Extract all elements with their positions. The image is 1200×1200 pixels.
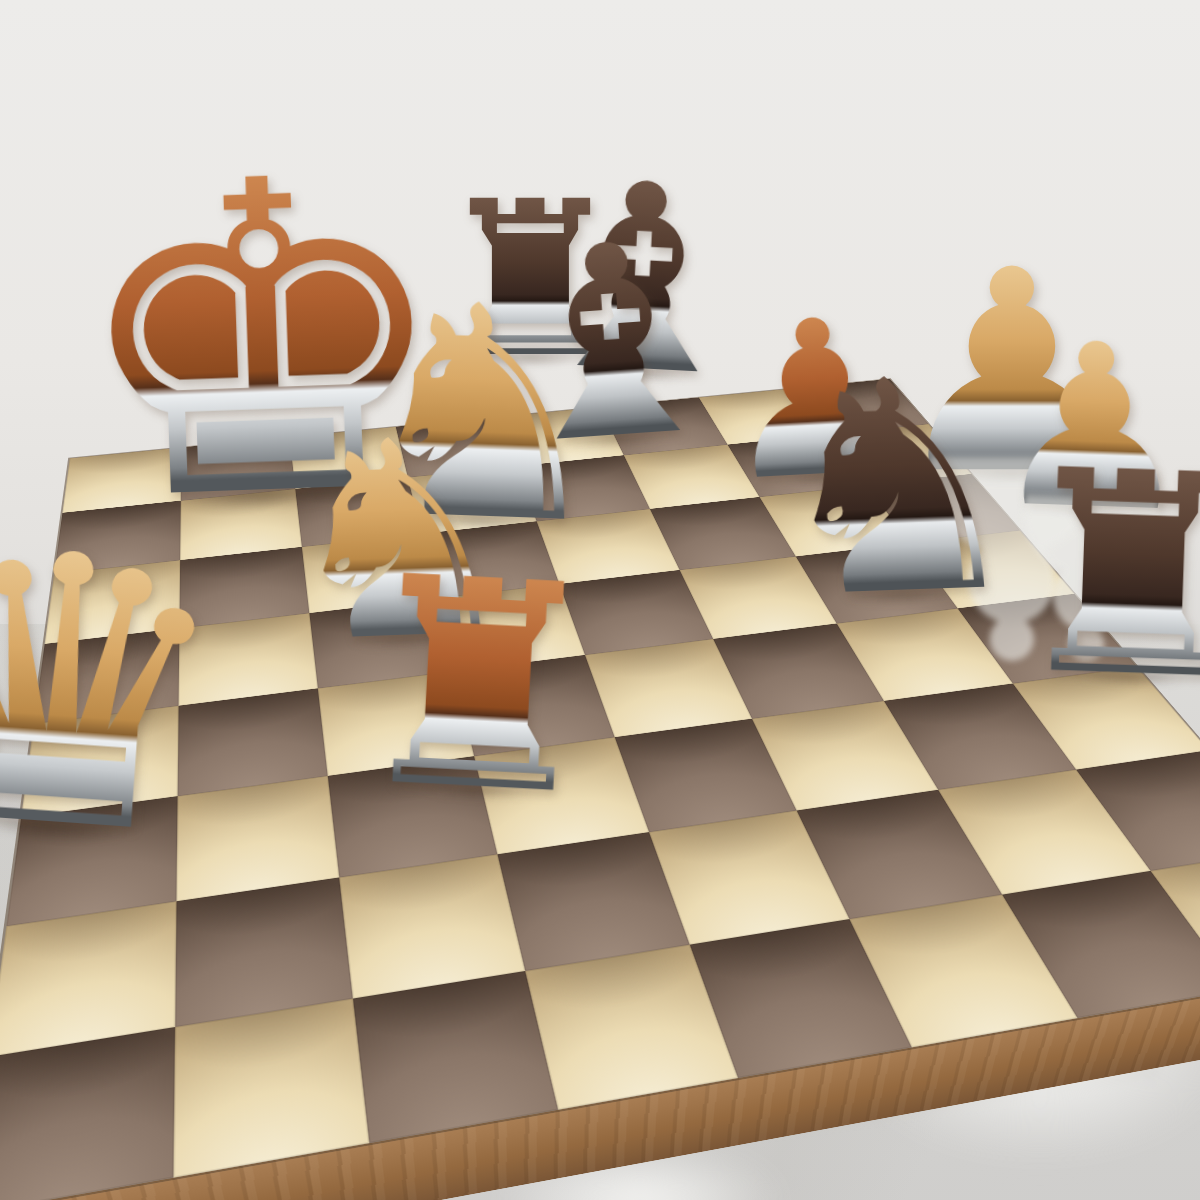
- queen-glyph: ♛: [0, 497, 243, 890]
- knight-glyph: ♞: [761, 337, 1034, 639]
- rook-glyph: ♜: [342, 537, 613, 836]
- piece-dark-rook-h4[interactable]: ♜: [1003, 432, 1200, 720]
- piece-dark-rook-d3[interactable]: ♜: [342, 537, 613, 836]
- piece-dark-knight-g5[interactable]: ♞: [761, 337, 1034, 639]
- rook-glyph: ♜: [1003, 432, 1200, 720]
- pieces-layer: ♜♝♝♟♟♟♚♟♟♞♞♞♜♜♛: [0, 0, 1200, 1200]
- scene: ♜♝♝♟♟♟♚♟♟♞♞♞♜♜♛: [0, 0, 1200, 1200]
- piece-light-queen-a3[interactable]: ♛: [0, 497, 243, 890]
